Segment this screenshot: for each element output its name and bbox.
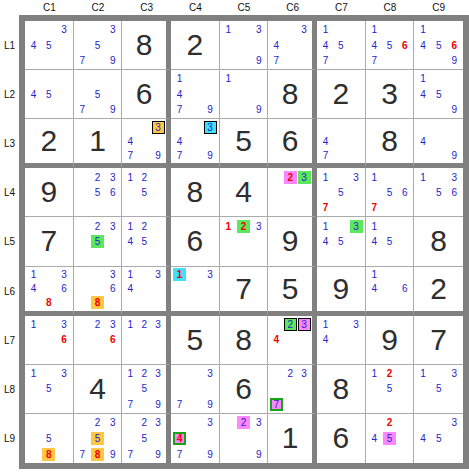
candidate-4[interactable]: 4 — [417, 135, 430, 148]
cell-L6C9[interactable]: 2 — [414, 267, 463, 316]
cell-L5C1[interactable]: 7 — [25, 217, 74, 266]
cell-L9C9[interactable]: 345 — [414, 414, 463, 463]
cell-L3C9[interactable]: 49 — [414, 119, 463, 168]
candidate-3[interactable]: 3 — [106, 416, 119, 429]
candidate-7[interactable]: 7 — [319, 54, 332, 67]
candidate-9[interactable]: 9 — [152, 149, 165, 162]
candidate-5[interactable]: 5 — [432, 382, 445, 395]
candidate-9[interactable]: 9 — [152, 448, 165, 461]
candidate-5[interactable]: 5 — [138, 432, 151, 445]
candidate-5[interactable]: 5 — [432, 432, 445, 445]
cell-L9C1[interactable]: 58 — [25, 414, 74, 463]
candidate-grid: 579 — [75, 71, 121, 117]
candidate-7[interactable]: 7 — [173, 398, 186, 411]
cell-L8C1[interactable]: 135 — [25, 365, 74, 414]
cell-L8C3[interactable]: 123579 — [122, 365, 171, 414]
candidate-4[interactable]: 4 — [124, 235, 137, 248]
candidate-7[interactable]: 7 — [173, 149, 186, 162]
cell-L5C7[interactable]: 1345 — [317, 217, 366, 266]
candidate-7[interactable]: 7 — [124, 149, 137, 162]
candidate-5[interactable]: 5 — [42, 88, 55, 101]
cell-L4C5[interactable]: 4 — [220, 168, 269, 217]
candidate-2[interactable]: 2 — [284, 171, 297, 184]
candidate-3[interactable]: 3 — [106, 171, 119, 184]
candidate-4[interactable]: 4 — [270, 39, 283, 52]
cell-L3C8[interactable]: 8 — [366, 119, 415, 168]
candidate-1[interactable]: 1 — [417, 23, 430, 36]
candidate-3[interactable]: 3 — [204, 367, 217, 380]
candidate-7[interactable]: 7 — [173, 103, 186, 116]
candidate-grid: 123 — [221, 218, 267, 264]
candidate-3[interactable]: 3 — [298, 367, 311, 380]
candidate-4[interactable]: 4 — [27, 88, 40, 101]
candidate-5[interactable]: 5 — [383, 186, 396, 199]
solved-digit: 9 — [268, 217, 312, 265]
candidate-grid: 146 — [367, 268, 413, 310]
candidate-5[interactable]: 5 — [432, 88, 445, 101]
cell-L2C9[interactable]: 1459 — [414, 70, 463, 119]
candidate-5[interactable]: 5 — [334, 39, 347, 52]
candidate-1[interactable]: 1 — [319, 171, 332, 184]
candidate-3[interactable]: 3 — [106, 220, 119, 233]
candidate-5[interactable]: 5 — [91, 186, 104, 199]
candidate-5[interactable]: 5 — [138, 186, 151, 199]
cell-L4C9[interactable]: 1356 — [414, 168, 463, 217]
candidate-7[interactable]: 7 — [173, 448, 186, 461]
candidate-grid: 123579 — [123, 366, 165, 412]
cell-L2C5[interactable]: 19 — [220, 70, 269, 119]
cell-L8C8[interactable]: 125 — [366, 365, 415, 414]
candidate-4[interactable]: 4 — [124, 282, 137, 295]
cell-L7C8[interactable]: 9 — [366, 316, 415, 365]
solved-digit: 8 — [268, 70, 312, 118]
cell-L6C7[interactable]: 9 — [317, 267, 366, 316]
candidate-2[interactable]: 2 — [284, 318, 297, 331]
candidate-3[interactable]: 3 — [298, 171, 311, 184]
candidate-1[interactable]: 1 — [124, 318, 137, 331]
cell-L3C1[interactable]: 2 — [25, 119, 74, 168]
candidate-2[interactable]: 2 — [138, 220, 151, 233]
candidate-9[interactable]: 9 — [448, 149, 461, 162]
candidate-4[interactable]: 4 — [173, 135, 186, 148]
candidate-2[interactable]: 2 — [91, 416, 104, 429]
col-label-C8: C8 — [366, 0, 415, 15]
candidate-5[interactable]: 5 — [383, 382, 396, 395]
solved-digit: 9 — [317, 267, 365, 311]
solved-digit: 4 — [220, 168, 268, 216]
cell-L2C3[interactable]: 6 — [122, 70, 171, 119]
candidate-3[interactable]: 3 — [58, 367, 71, 380]
candidate-3[interactable]: 3 — [252, 23, 265, 36]
cell-L6C8[interactable]: 146 — [366, 267, 415, 316]
solved-digit: 2 — [317, 70, 365, 118]
candidate-1[interactable]: 1 — [124, 220, 137, 233]
solved-digit: 6 — [317, 414, 365, 463]
candidate-3[interactable]: 3 — [350, 171, 363, 184]
cell-L8C7[interactable]: 8 — [317, 365, 366, 414]
cell-L1C9[interactable]: 14569 — [414, 21, 463, 70]
candidate-2[interactable]: 2 — [91, 171, 104, 184]
cell-L1C8[interactable]: 14567 — [366, 21, 415, 70]
candidate-5[interactable]: 5 — [138, 382, 151, 395]
candidate-3[interactable]: 3 — [152, 121, 165, 134]
candidate-6[interactable]: 6 — [448, 186, 461, 199]
candidate-2[interactable]: 2 — [237, 416, 250, 429]
candidate-7[interactable]: 7 — [319, 201, 332, 214]
candidate-grid: 58 — [26, 415, 72, 462]
cell-L4C3[interactable]: 125 — [122, 168, 171, 217]
candidate-grid: 347 — [269, 22, 311, 68]
candidate-5[interactable]: 5 — [91, 39, 104, 52]
candidate-2[interactable]: 2 — [91, 220, 104, 233]
row-labels: L1L2L3L4L5L6L7L8L9 — [0, 15, 19, 469]
cell-L2C4[interactable]: 1479 — [171, 70, 220, 119]
candidate-2[interactable]: 2 — [138, 318, 151, 331]
candidate-3[interactable]: 3 — [106, 318, 119, 331]
candidate-grid: 135 — [26, 366, 72, 412]
cell-L7C7[interactable]: 134 — [317, 316, 366, 365]
cell-L6C4[interactable]: 13 — [171, 267, 220, 316]
cell-L7C1[interactable]: 136 — [25, 316, 74, 365]
candidate-9[interactable]: 9 — [252, 448, 265, 461]
candidate-5[interactable]: 5 — [91, 88, 104, 101]
cell-L9C4[interactable]: 3479 — [171, 414, 220, 463]
cell-L4C2[interactable]: 2356 — [74, 168, 123, 217]
candidate-9[interactable]: 9 — [252, 103, 265, 116]
solved-digit: 8 — [220, 316, 268, 364]
candidate-grid: 379 — [172, 366, 218, 412]
candidate-3[interactable]: 3 — [152, 318, 165, 331]
candidate-3[interactable]: 3 — [106, 23, 119, 36]
cell-L4C6[interactable]: 23 — [268, 168, 317, 217]
cell-L6C1[interactable]: 13468 — [25, 267, 74, 316]
candidate-6[interactable]: 6 — [106, 333, 119, 346]
candidate-5[interactable]: 5 — [138, 235, 151, 248]
cell-L6C3[interactable]: 134 — [122, 267, 171, 316]
candidate-5[interactable]: 5 — [42, 432, 55, 445]
candidate-1[interactable]: 1 — [368, 220, 381, 233]
cell-L8C4[interactable]: 379 — [171, 365, 220, 414]
candidate-5[interactable]: 5 — [383, 235, 396, 248]
candidate-3[interactable]: 3 — [252, 220, 265, 233]
cell-L3C4[interactable]: 3479 — [171, 119, 220, 168]
candidate-grid: 3479 — [172, 415, 218, 462]
candidate-6[interactable]: 6 — [106, 282, 119, 295]
candidate-9[interactable]: 9 — [106, 103, 119, 116]
cell-L1C6[interactable]: 347 — [268, 21, 317, 70]
cell-L2C6[interactable]: 8 — [268, 70, 317, 119]
candidate-5[interactable]: 5 — [334, 235, 347, 248]
candidate-1[interactable]: 1 — [222, 23, 235, 36]
cell-L5C3[interactable]: 1245 — [122, 217, 171, 266]
cell-L4C7[interactable]: 1357 — [317, 168, 366, 217]
cell-L8C2[interactable]: 4 — [74, 365, 123, 414]
candidate-3[interactable]: 3 — [448, 367, 461, 380]
candidate-7[interactable]: 7 — [124, 398, 137, 411]
candidate-4[interactable]: 4 — [27, 282, 40, 295]
candidate-1[interactable]: 1 — [124, 268, 137, 281]
candidate-5[interactable]: 5 — [91, 432, 104, 445]
col-label-C5: C5 — [220, 0, 269, 15]
candidate-7[interactable]: 7 — [76, 448, 89, 461]
candidate-3[interactable]: 3 — [204, 416, 217, 429]
candidate-4[interactable]: 4 — [368, 432, 381, 445]
candidate-4[interactable]: 4 — [173, 88, 186, 101]
cell-L1C5[interactable]: 139 — [220, 21, 269, 70]
cell-L3C3[interactable]: 3479 — [122, 119, 171, 168]
candidate-3[interactable]: 3 — [106, 268, 119, 281]
candidate-3[interactable]: 3 — [58, 23, 71, 36]
cell-L4C4[interactable]: 8 — [171, 168, 220, 217]
candidate-5[interactable]: 5 — [42, 382, 55, 395]
candidate-5[interactable]: 5 — [42, 39, 55, 52]
candidate-1[interactable]: 1 — [27, 367, 40, 380]
candidate-4[interactable]: 4 — [27, 39, 40, 52]
cell-L7C2[interactable]: 236 — [74, 316, 123, 365]
candidate-5[interactable]: 5 — [432, 39, 445, 52]
cell-L7C9[interactable]: 7 — [414, 316, 463, 365]
candidate-1[interactable]: 1 — [222, 72, 235, 85]
candidate-4[interactable]: 4 — [368, 39, 381, 52]
candidate-6[interactable]: 6 — [58, 282, 71, 295]
candidate-1[interactable]: 1 — [173, 268, 186, 281]
candidate-grid: 14569 — [415, 22, 462, 68]
candidate-4[interactable]: 4 — [270, 333, 283, 346]
candidate-9[interactable]: 9 — [152, 398, 165, 411]
candidate-3[interactable]: 3 — [298, 318, 311, 331]
candidate-grid: 1245 — [123, 218, 165, 264]
solved-digit: 8 — [366, 119, 414, 163]
candidate-1[interactable]: 1 — [417, 367, 430, 380]
candidate-1[interactable]: 1 — [27, 268, 40, 281]
cell-L3C2[interactable]: 1 — [74, 119, 123, 168]
candidate-8[interactable]: 8 — [91, 296, 104, 309]
cell-L9C3[interactable]: 23579 — [122, 414, 171, 463]
col-label-C6: C6 — [268, 0, 317, 15]
candidate-9[interactable]: 9 — [252, 54, 265, 67]
candidate-3[interactable]: 3 — [58, 268, 71, 281]
candidate-1[interactable]: 1 — [27, 318, 40, 331]
candidate-2[interactable]: 2 — [383, 416, 396, 429]
candidate-4[interactable]: 4 — [124, 135, 137, 148]
cell-L5C9[interactable]: 8 — [414, 217, 463, 266]
candidate-1[interactable]: 1 — [319, 318, 332, 331]
candidate-9[interactable]: 9 — [204, 149, 217, 162]
cell-L9C8[interactable]: 245 — [366, 414, 415, 463]
candidate-grid: 125 — [367, 366, 413, 412]
row-label-L7: L7 — [0, 316, 19, 365]
candidate-3[interactable]: 3 — [448, 171, 461, 184]
cell-L8C5[interactable]: 6 — [220, 365, 269, 414]
candidate-2[interactable]: 2 — [138, 367, 151, 380]
candidate-grid: 134 — [123, 268, 165, 310]
candidate-1[interactable]: 1 — [124, 171, 137, 184]
candidate-5[interactable]: 5 — [91, 235, 104, 248]
solved-digit: 6 — [268, 119, 312, 163]
cell-L2C1[interactable]: 45 — [25, 70, 74, 119]
candidate-8[interactable]: 8 — [42, 296, 55, 309]
cell-L1C7[interactable]: 1457 — [317, 21, 366, 70]
candidate-6[interactable]: 6 — [398, 39, 411, 52]
candidate-4[interactable]: 4 — [319, 333, 332, 346]
candidate-5[interactable]: 5 — [334, 186, 347, 199]
candidate-7[interactable]: 7 — [270, 398, 283, 411]
candidate-3[interactable]: 3 — [152, 367, 165, 380]
cell-L6C2[interactable]: 368 — [74, 267, 123, 316]
cell-L9C5[interactable]: 239 — [220, 414, 269, 463]
solved-digit: 9 — [25, 168, 73, 216]
candidate-1[interactable]: 1 — [124, 367, 137, 380]
candidate-grid: 1345 — [318, 218, 364, 264]
candidate-grid: 234 — [269, 317, 311, 363]
candidate-3[interactable]: 3 — [152, 268, 165, 281]
candidate-4[interactable]: 4 — [417, 39, 430, 52]
candidate-6[interactable]: 6 — [448, 39, 461, 52]
candidate-grid: 49 — [415, 120, 462, 162]
candidate-6[interactable]: 6 — [106, 186, 119, 199]
candidate-1[interactable]: 1 — [368, 268, 381, 281]
solved-digit: 5 — [171, 316, 219, 364]
candidate-9[interactable]: 9 — [204, 398, 217, 411]
col-label-C2: C2 — [74, 0, 123, 15]
solved-digit: 8 — [317, 365, 365, 413]
candidate-6[interactable]: 6 — [58, 333, 71, 346]
solved-digit: 7 — [414, 316, 463, 364]
candidate-4[interactable]: 4 — [368, 282, 381, 295]
candidate-2[interactable]: 2 — [383, 367, 396, 380]
cell-L8C6[interactable]: 237 — [268, 365, 317, 414]
solved-digit: 6 — [220, 365, 268, 413]
candidate-3[interactable]: 3 — [252, 416, 265, 429]
cell-L7C6[interactable]: 234 — [268, 316, 317, 365]
candidate-grid: 23 — [269, 169, 311, 215]
cell-L1C4[interactable]: 2 — [171, 21, 220, 70]
candidate-8[interactable]: 8 — [42, 448, 55, 461]
cell-L5C6[interactable]: 9 — [268, 217, 317, 266]
candidate-5[interactable]: 5 — [383, 432, 396, 445]
candidate-9[interactable]: 9 — [204, 448, 217, 461]
cell-L7C4[interactable]: 5 — [171, 316, 220, 365]
candidate-grid: 123 — [123, 317, 165, 363]
cell-L6C5[interactable]: 7 — [220, 267, 269, 316]
cell-L4C1[interactable]: 9 — [25, 168, 74, 217]
col-label-C1: C1 — [25, 0, 74, 15]
candidate-1[interactable]: 1 — [417, 72, 430, 85]
candidate-2[interactable]: 2 — [237, 220, 250, 233]
solved-digit: 2 — [25, 119, 73, 163]
candidate-9[interactable]: 9 — [448, 54, 461, 67]
candidate-3[interactable]: 3 — [204, 121, 217, 134]
candidate-3[interactable]: 3 — [350, 318, 363, 331]
solved-digit: 8 — [414, 217, 463, 265]
candidate-9[interactable]: 9 — [106, 54, 119, 67]
candidate-grid: 3579 — [75, 22, 121, 68]
candidate-2[interactable]: 2 — [138, 171, 151, 184]
cell-L9C2[interactable]: 235789 — [74, 414, 123, 463]
cell-L1C2[interactable]: 3579 — [74, 21, 123, 70]
candidate-7[interactable]: 7 — [124, 448, 137, 461]
candidate-3[interactable]: 3 — [152, 416, 165, 429]
candidate-6[interactable]: 6 — [398, 282, 411, 295]
cell-L1C1[interactable]: 345 — [25, 21, 74, 70]
candidate-4[interactable]: 4 — [368, 235, 381, 248]
candidate-3[interactable]: 3 — [58, 318, 71, 331]
cell-L3C7[interactable]: 47 — [317, 119, 366, 168]
cell-L7C5[interactable]: 8 — [220, 316, 269, 365]
candidate-4[interactable]: 4 — [173, 432, 186, 445]
candidate-7[interactable]: 7 — [319, 149, 332, 162]
cell-L7C3[interactable]: 123 — [122, 316, 171, 365]
cell-L5C8[interactable]: 145 — [366, 217, 415, 266]
candidate-1[interactable]: 1 — [173, 72, 186, 85]
candidate-4[interactable]: 4 — [319, 235, 332, 248]
candidate-2[interactable]: 2 — [138, 416, 151, 429]
candidate-2[interactable]: 2 — [284, 367, 297, 380]
cell-L2C7[interactable]: 2 — [317, 70, 366, 119]
cell-L9C6[interactable]: 1 — [268, 414, 317, 463]
candidate-9[interactable]: 9 — [106, 448, 119, 461]
candidate-5[interactable]: 5 — [432, 186, 445, 199]
candidate-3[interactable]: 3 — [204, 268, 217, 281]
candidate-1[interactable]: 1 — [368, 171, 381, 184]
candidate-1[interactable]: 1 — [368, 23, 381, 36]
cell-L5C2[interactable]: 235 — [74, 217, 123, 266]
candidate-4[interactable]: 4 — [417, 432, 430, 445]
candidate-2[interactable]: 2 — [91, 318, 104, 331]
candidate-grid: 235789 — [75, 415, 121, 462]
candidate-1[interactable]: 1 — [319, 23, 332, 36]
candidate-1[interactable]: 1 — [319, 220, 332, 233]
candidate-grid: 237 — [269, 366, 311, 412]
candidate-9[interactable]: 9 — [204, 103, 217, 116]
candidate-7[interactable]: 7 — [76, 54, 89, 67]
candidate-8[interactable]: 8 — [91, 448, 104, 461]
cell-L9C7[interactable]: 6 — [317, 414, 366, 463]
candidate-4[interactable]: 4 — [319, 135, 332, 148]
row-label-L5: L5 — [0, 217, 19, 266]
cell-L2C2[interactable]: 579 — [74, 70, 123, 119]
candidate-7[interactable]: 7 — [368, 54, 381, 67]
candidate-3[interactable]: 3 — [350, 220, 363, 233]
candidate-5[interactable]: 5 — [383, 39, 396, 52]
candidate-4[interactable]: 4 — [417, 88, 430, 101]
candidate-1[interactable]: 1 — [368, 367, 381, 380]
candidate-6[interactable]: 6 — [398, 186, 411, 199]
cell-L5C5[interactable]: 123 — [220, 217, 269, 266]
candidate-3[interactable]: 3 — [448, 416, 461, 429]
candidate-7[interactable]: 7 — [76, 103, 89, 116]
cell-L3C6[interactable]: 6 — [268, 119, 317, 168]
candidate-9[interactable]: 9 — [448, 103, 461, 116]
cell-L2C8[interactable]: 3 — [366, 70, 415, 119]
candidate-grid: 368 — [75, 268, 121, 310]
cell-L4C8[interactable]: 1567 — [366, 168, 415, 217]
col-label-C9: C9 — [414, 0, 463, 15]
cell-L5C4[interactable]: 6 — [171, 217, 220, 266]
candidate-7[interactable]: 7 — [270, 54, 283, 67]
candidate-grid: 345 — [26, 22, 72, 68]
cell-L8C9[interactable]: 135 — [414, 365, 463, 414]
candidate-1[interactable]: 1 — [417, 171, 430, 184]
cell-L6C6[interactable]: 5 — [268, 267, 317, 316]
cell-L1C3[interactable]: 8 — [122, 21, 171, 70]
candidate-4[interactable]: 4 — [319, 39, 332, 52]
candidate-7[interactable]: 7 — [368, 201, 381, 214]
candidate-3[interactable]: 3 — [298, 23, 311, 36]
cell-L3C5[interactable]: 5 — [220, 119, 269, 168]
candidate-grid: 23579 — [123, 415, 165, 462]
candidate-1[interactable]: 1 — [222, 220, 235, 233]
